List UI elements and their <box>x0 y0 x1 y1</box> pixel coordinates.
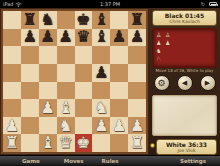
square-e5[interactable] <box>75 64 93 82</box>
piece-white-queen: ♛ <box>58 135 72 151</box>
square-f3[interactable]: ♞ <box>92 99 110 117</box>
piece-black-pawn: ♟ <box>23 29 37 45</box>
piece-white-bishop: ♝ <box>58 100 72 116</box>
square-g5[interactable] <box>110 64 128 82</box>
piece-black-bishop: ♝ <box>94 12 108 28</box>
piece-black-king: ♚ <box>76 12 90 28</box>
move-figurine-5 <box>165 47 174 55</box>
piece-white-pawn: ♟ <box>112 118 126 134</box>
square-g2[interactable]: ♟ <box>110 117 128 135</box>
square-c1[interactable]: ♝ <box>39 134 57 152</box>
status-time: 1:37 PM <box>0 0 220 8</box>
square-d8[interactable] <box>57 11 75 29</box>
piece-white-pawn: ♟ <box>5 118 19 134</box>
square-e2[interactable] <box>75 117 93 135</box>
black-clock-box: Black 01:45 Chris Kavlach <box>152 10 217 26</box>
piece-white-pawn: ♟ <box>130 118 144 134</box>
square-h8[interactable]: ♜ <box>128 11 146 29</box>
square-a6[interactable] <box>3 46 21 64</box>
playback-controls: ⚙ ◀ ▶ <box>152 75 217 93</box>
piece-white-knight: ♞ <box>94 100 108 116</box>
square-b4[interactable] <box>21 82 39 100</box>
piece-black-pawn: ♟ <box>41 29 55 45</box>
piece-white-bishop: ♝ <box>41 135 55 151</box>
square-a4[interactable] <box>3 82 21 100</box>
move-figurine-3: ♟ <box>165 39 174 47</box>
square-e4[interactable] <box>75 82 93 100</box>
move-list-panel[interactable]: ♙♙♟♟♞♘ <box>152 28 217 68</box>
move-status-text: Move 18 of 36, White to play <box>152 68 217 74</box>
square-d2[interactable]: ♞ <box>57 117 75 135</box>
square-h3[interactable] <box>128 99 146 117</box>
battery-icon <box>209 2 217 6</box>
square-f7[interactable]: ♝ <box>92 29 110 47</box>
back-button[interactable]: ◀ <box>177 75 193 91</box>
black-player-name: Chris Kavlach <box>153 19 216 24</box>
piece-black-bishop: ♝ <box>94 29 108 45</box>
move-figurine-6: ♘ <box>156 55 165 63</box>
piece-black-queen: ♛ <box>76 29 90 45</box>
toolbar-game-button[interactable]: Game <box>22 156 40 166</box>
white-clock-time: White 36:33 <box>157 141 216 148</box>
piece-white-rook: ♜ <box>5 135 19 151</box>
square-b2[interactable] <box>21 117 39 135</box>
square-h6[interactable] <box>128 46 146 64</box>
piece-black-knight: ♞ <box>41 12 55 28</box>
piece-white-pawn: ♟ <box>94 118 108 134</box>
square-h5[interactable] <box>128 64 146 82</box>
chess-board: ♜♞♚♝♜♟♟♟♛♝♟♟♟♟♝♞♟♞♟♟♟♜♝♛♚♜ <box>0 8 149 155</box>
piece-black-rook: ♜ <box>23 12 37 28</box>
move-figurine-1: ♙ <box>165 31 174 39</box>
move-figurine-0: ♙ <box>156 31 165 39</box>
square-b8[interactable]: ♜ <box>21 11 39 29</box>
square-h4[interactable] <box>128 82 146 100</box>
square-a5[interactable] <box>3 64 21 82</box>
square-b1[interactable] <box>21 134 39 152</box>
square-c6[interactable] <box>39 46 57 64</box>
square-d1[interactable]: ♛ <box>57 134 75 152</box>
square-f5[interactable]: ♟ <box>92 64 110 82</box>
square-e6[interactable] <box>75 46 93 64</box>
square-h1[interactable]: ♜ <box>128 134 146 152</box>
move-figurine-2: ♟ <box>156 39 165 47</box>
toolbar-settings-button[interactable]: Settings <box>180 156 206 166</box>
square-a7[interactable] <box>3 29 21 47</box>
square-g1[interactable] <box>110 134 128 152</box>
square-h2[interactable]: ♟ <box>128 117 146 135</box>
square-a3[interactable] <box>3 99 21 117</box>
white-player-name: Joe Vlok <box>157 148 216 153</box>
piece-white-knight: ♞ <box>58 118 72 134</box>
piece-black-pawn: ♟ <box>112 29 126 45</box>
action-button[interactable]: ⚙ <box>154 75 170 91</box>
piece-white-king: ♚ <box>76 135 90 151</box>
square-c4[interactable] <box>39 82 57 100</box>
square-f1[interactable] <box>92 134 110 152</box>
square-b3[interactable] <box>21 99 39 117</box>
square-c8[interactable]: ♞ <box>39 11 57 29</box>
gear-icon: ⚙ <box>157 79 165 88</box>
bottom-toolbar: Game Moves Rules Settings <box>0 155 220 165</box>
toolbar-moves-button[interactable]: Moves <box>64 156 84 166</box>
square-e8[interactable]: ♚ <box>75 11 93 29</box>
square-d6[interactable] <box>57 46 75 64</box>
status-bar: iPad 1:37 PM ↻ <box>0 0 220 8</box>
chess-app-screen: iPad 1:37 PM ↻ ♜♞♚♝♜♟♟♟♛♝♟♟♟♟♝♞♟♞♟♟♟♜♝♛♚… <box>0 0 220 165</box>
square-c2[interactable] <box>39 117 57 135</box>
notes-panel <box>152 95 217 136</box>
piece-black-pawn: ♟ <box>94 65 108 81</box>
move-figurine-7 <box>165 55 174 63</box>
toolbar-rules-button[interactable]: Rules <box>102 156 119 166</box>
square-e1[interactable]: ♚ <box>75 134 93 152</box>
square-f4[interactable] <box>92 82 110 100</box>
piece-black-pawn: ♟ <box>58 29 72 45</box>
square-g3[interactable] <box>110 99 128 117</box>
move-figurine-4: ♞ <box>156 47 165 55</box>
square-g4[interactable] <box>110 82 128 100</box>
square-h7[interactable]: ♟ <box>128 29 146 47</box>
piece-black-rook: ♜ <box>130 12 144 28</box>
square-d5[interactable] <box>57 64 75 82</box>
square-a2[interactable]: ♟ <box>3 117 21 135</box>
square-c7[interactable]: ♟ <box>39 29 57 47</box>
square-f6[interactable] <box>92 46 110 64</box>
square-e3[interactable] <box>75 99 93 117</box>
square-c5[interactable] <box>39 64 57 82</box>
turn-indicator-dot <box>150 143 155 148</box>
forward-button[interactable]: ▶ <box>200 75 216 91</box>
forward-arrow-icon: ▶ <box>205 80 210 87</box>
back-arrow-icon: ◀ <box>182 80 187 87</box>
square-d7[interactable]: ♟ <box>57 29 75 47</box>
piece-black-pawn: ♟ <box>130 29 144 45</box>
square-f2[interactable]: ♟ <box>92 117 110 135</box>
square-b7[interactable]: ♟ <box>21 29 39 47</box>
square-a8[interactable] <box>3 11 21 29</box>
square-d3[interactable]: ♝ <box>57 99 75 117</box>
square-b6[interactable] <box>21 46 39 64</box>
square-g7[interactable]: ♟ <box>110 29 128 47</box>
square-g6[interactable] <box>110 46 128 64</box>
side-panel: Black 01:45 Chris Kavlach ♙♙♟♟♞♘ Move 18… <box>149 8 220 155</box>
square-c3[interactable]: ♟ <box>39 99 57 117</box>
black-clock-time: Black 01:45 <box>153 12 216 19</box>
white-clock-box: White 36:33 Joe Vlok <box>156 139 217 155</box>
square-a1[interactable]: ♜ <box>3 134 21 152</box>
square-e7[interactable]: ♛ <box>75 29 93 47</box>
piece-white-pawn: ♟ <box>41 100 55 116</box>
square-f8[interactable]: ♝ <box>92 11 110 29</box>
square-b5[interactable] <box>21 64 39 82</box>
piece-white-rook: ♜ <box>130 135 144 151</box>
square-g8[interactable] <box>110 11 128 29</box>
square-d4[interactable] <box>57 82 75 100</box>
